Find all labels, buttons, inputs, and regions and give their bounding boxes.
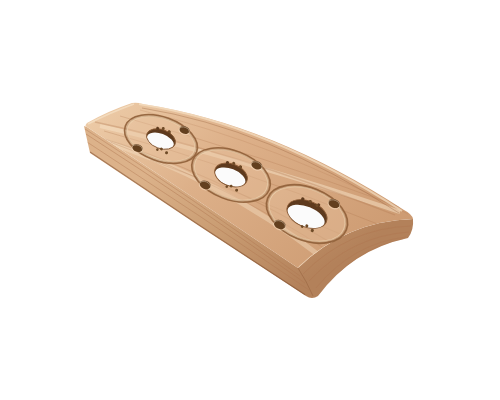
product-photo: Light wooden triple mounting plate with … [0, 0, 500, 400]
